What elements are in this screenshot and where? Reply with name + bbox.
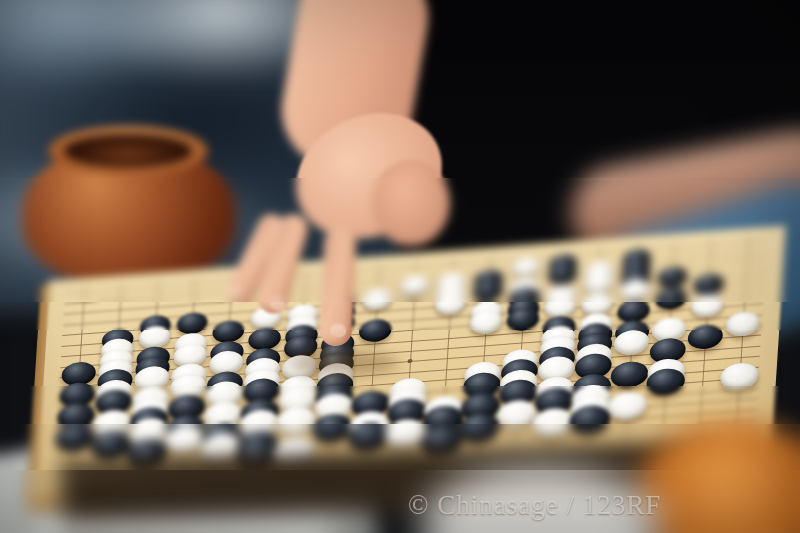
board-cell — [57, 411, 95, 424]
board-cell — [169, 382, 207, 395]
go-board — [40, 254, 780, 469]
index-fingernail — [330, 324, 346, 338]
hoshi-point — [411, 296, 416, 300]
board-cell — [647, 378, 685, 391]
board-cell — [611, 370, 649, 383]
board-cell — [202, 443, 240, 456]
board-cell — [165, 435, 203, 448]
board-cell — [721, 372, 759, 385]
hoshi-point — [407, 359, 412, 363]
hand-knuckles — [372, 160, 450, 246]
board-cell — [534, 418, 572, 431]
board-cell — [167, 403, 205, 416]
board-cell — [277, 416, 315, 429]
board-cell — [386, 429, 424, 442]
board-cell — [278, 395, 316, 408]
board-cell — [649, 346, 687, 359]
board-cell — [349, 431, 387, 444]
board-cell — [58, 390, 96, 403]
board-cell — [91, 440, 129, 453]
board-cell — [55, 433, 93, 446]
bowl-opening — [64, 134, 192, 168]
board-cell — [609, 401, 647, 414]
board-cell — [498, 410, 536, 423]
board-cell — [460, 423, 498, 436]
hand-shadow — [288, 350, 398, 376]
board-cell — [463, 381, 501, 394]
board-cell — [313, 424, 351, 437]
board-cell — [423, 436, 461, 449]
photo-scene: © Chinasage / 123RF — [0, 0, 800, 533]
watermark-text: © Chinasage / 123RF — [408, 490, 738, 521]
board-cell — [571, 415, 609, 428]
